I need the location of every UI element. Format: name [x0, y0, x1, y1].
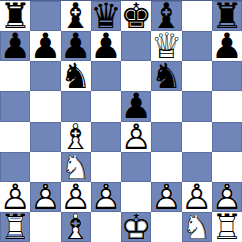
- square-a4[interactable]: [0, 122, 30, 152]
- square-g7[interactable]: [182, 31, 212, 61]
- square-f4[interactable]: [151, 122, 181, 152]
- white-rook[interactable]: ♜♖: [212, 212, 242, 242]
- black-king[interactable]: ♚: [121, 1, 151, 31]
- square-b1[interactable]: [30, 212, 60, 242]
- white-bishop[interactable]: ♝♗: [61, 212, 91, 242]
- square-g1[interactable]: ♞♘: [182, 212, 212, 242]
- square-a7[interactable]: ♟: [0, 31, 30, 61]
- black-knight[interactable]: ♞: [61, 61, 91, 91]
- square-c1[interactable]: ♝♗: [61, 212, 91, 242]
- black-pawn[interactable]: ♟: [212, 31, 242, 61]
- square-d7[interactable]: ♟: [91, 31, 121, 61]
- black-knight[interactable]: ♞: [151, 61, 181, 91]
- square-h6[interactable]: [212, 61, 242, 91]
- square-d6[interactable]: [91, 61, 121, 91]
- square-b7[interactable]: ♟: [30, 31, 60, 61]
- square-g8[interactable]: [182, 1, 212, 31]
- square-d4[interactable]: [91, 122, 121, 152]
- white-pawn[interactable]: ♟♙: [121, 122, 151, 152]
- square-h1[interactable]: ♜♖: [212, 212, 242, 242]
- square-f2[interactable]: ♟♙: [151, 182, 181, 212]
- square-e1[interactable]: ♚♔: [121, 212, 151, 242]
- square-e4[interactable]: ♟♙: [121, 122, 151, 152]
- square-e7[interactable]: [121, 31, 151, 61]
- square-g4[interactable]: [182, 122, 212, 152]
- black-pawn[interactable]: ♟: [91, 31, 121, 61]
- square-b6[interactable]: [30, 61, 60, 91]
- square-c6[interactable]: ♞: [61, 61, 91, 91]
- white-king[interactable]: ♚♔: [121, 212, 151, 242]
- chess-board: ♜♝♛♚♝♜♟♟♟♟♛♕♟♞♞♟♝♗♟♙♞♘♟♙♟♙♟♙♟♙♟♙♟♙♟♙♜♖♝♗…: [0, 0, 242, 242]
- square-f1[interactable]: [151, 212, 181, 242]
- square-g5[interactable]: [182, 91, 212, 121]
- white-pawn[interactable]: ♟♙: [30, 182, 60, 212]
- square-g6[interactable]: [182, 61, 212, 91]
- white-knight[interactable]: ♞♘: [182, 212, 212, 242]
- square-h4[interactable]: [212, 122, 242, 152]
- square-d5[interactable]: [91, 91, 121, 121]
- square-f6[interactable]: ♞: [151, 61, 181, 91]
- square-h5[interactable]: [212, 91, 242, 121]
- square-f5[interactable]: [151, 91, 181, 121]
- square-e3[interactable]: [121, 152, 151, 182]
- white-pawn[interactable]: ♟♙: [151, 182, 181, 212]
- square-a1[interactable]: ♜♖: [0, 212, 30, 242]
- square-b5[interactable]: [30, 91, 60, 121]
- square-d1[interactable]: [91, 212, 121, 242]
- black-pawn[interactable]: ♟: [30, 31, 60, 61]
- square-h7[interactable]: ♟: [212, 31, 242, 61]
- square-d2[interactable]: ♟♙: [91, 182, 121, 212]
- black-pawn[interactable]: ♟: [0, 31, 30, 61]
- square-e8[interactable]: ♚: [121, 1, 151, 31]
- square-a5[interactable]: [0, 91, 30, 121]
- square-a6[interactable]: [0, 61, 30, 91]
- square-b2[interactable]: ♟♙: [30, 182, 60, 212]
- square-b4[interactable]: [30, 122, 60, 152]
- white-pawn[interactable]: ♟♙: [91, 182, 121, 212]
- white-rook[interactable]: ♜♖: [0, 212, 30, 242]
